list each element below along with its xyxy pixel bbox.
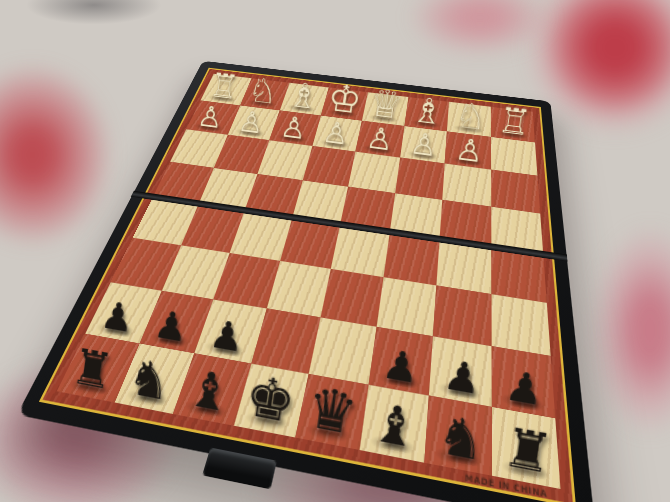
piece-black-pawn: ♟ (153, 304, 191, 348)
latch-tab (203, 448, 278, 490)
square-b8: ♞ (424, 395, 491, 476)
piece-black-queen: ♛ (303, 378, 362, 444)
floral-blotch-left (0, 55, 120, 255)
square-a3 (491, 170, 541, 214)
piece-white-pawn: ♙ (321, 117, 351, 149)
piece-black-pawn: ♟ (99, 295, 136, 338)
square-a7: ♟ (491, 346, 555, 418)
piece-black-pawn: ♟ (208, 313, 247, 357)
board-grid: ♖♘♗♔♕♗♘♖♙♙♙♙♙♙♙♟♟♟♟♟♟♜♞♝♚♛♝♞♜ (57, 74, 561, 489)
square-h7: ♟ (86, 282, 162, 343)
square-g3 (214, 135, 270, 174)
piece-black-knight: ♞ (125, 351, 174, 408)
square-a8: ♜ (491, 406, 560, 489)
piece-white-knight: ♘ (453, 97, 490, 135)
piece-black-rook: ♜ (68, 341, 116, 397)
piece-black-pawn: ♟ (503, 364, 547, 411)
piece-white-queen: ♕ (367, 83, 406, 124)
piece-white-pawn: ♙ (409, 128, 440, 161)
square-c3 (395, 158, 445, 200)
piece-white-king: ♔ (325, 78, 363, 119)
blanket-background: ♖♘♗♔♕♗♘♖♙♙♙♙♙♙♙♟♟♟♟♟♟♜♞♝♚♛♝♞♜ MADE IN CH… (0, 0, 670, 502)
piece-white-knight: ♘ (247, 72, 281, 108)
square-b7: ♟ (429, 336, 491, 406)
piece-black-king: ♚ (241, 367, 298, 432)
square-e3 (302, 146, 355, 186)
piece-black-bishop: ♝ (368, 395, 423, 456)
square-c7: ♟ (368, 327, 433, 395)
piece-black-rook: ♜ (500, 419, 558, 481)
square-h6 (111, 237, 181, 290)
square-e6 (266, 260, 331, 317)
piece-white-pawn: ♙ (365, 122, 396, 155)
piece-white-pawn: ♙ (237, 106, 266, 138)
piece-black-bishop: ♝ (184, 362, 235, 420)
piece-white-rook: ♖ (207, 68, 240, 104)
piece-white-pawn: ♙ (196, 101, 225, 132)
piece-white-pawn: ♙ (279, 112, 309, 144)
square-d8: ♛ (295, 373, 368, 450)
piece-white-rook: ♖ (496, 102, 533, 140)
square-b6 (433, 285, 491, 346)
piece-white-pawn: ♙ (454, 134, 486, 167)
piece-white-bishop: ♗ (286, 77, 320, 114)
square-d6 (321, 268, 384, 326)
square-a6 (491, 294, 551, 357)
piece-white-bishop: ♗ (410, 92, 446, 130)
square-c8: ♝ (359, 384, 429, 463)
piece-black-pawn: ♟ (381, 343, 423, 389)
piece-black-pawn: ♟ (441, 353, 484, 400)
piece-black-knight: ♞ (433, 407, 489, 469)
floral-blotch-right (585, 215, 670, 445)
